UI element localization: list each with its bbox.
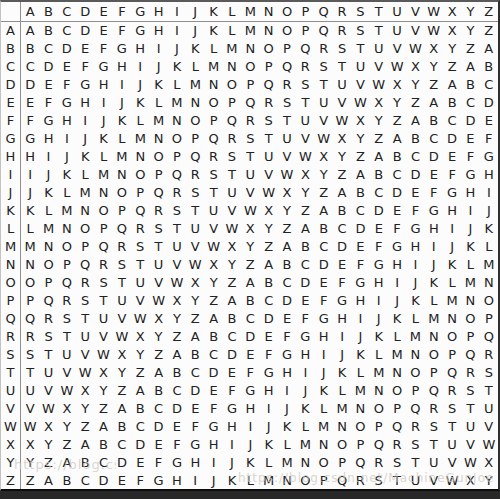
grid-cell: Z	[425, 76, 443, 94]
grid-cell: Y	[296, 184, 314, 202]
grid-cell: I	[406, 255, 424, 273]
grid-cell: K	[425, 273, 443, 291]
grid-cell: B	[259, 273, 277, 291]
grid-cell: H	[388, 255, 406, 273]
grid-cell: C	[76, 471, 94, 489]
grid-cell: X	[168, 291, 186, 309]
grid-cell: K	[259, 435, 277, 453]
grid-cell: K	[388, 309, 406, 327]
grid-cell: M	[223, 40, 241, 58]
grid-cell: F	[204, 399, 222, 417]
grid-cell: G	[443, 184, 461, 202]
grid-cell: X	[333, 130, 351, 148]
grid-cell: Y	[204, 273, 222, 291]
grid-cell: I	[443, 220, 461, 238]
grid-cell: O	[296, 471, 314, 489]
grid-cell: M	[480, 255, 498, 273]
row-header-cell: C	[1, 58, 21, 76]
grid-cell: C	[21, 58, 39, 76]
grid-cell: T	[131, 255, 149, 273]
grid-cell: X	[76, 381, 94, 399]
grid-cell: B	[168, 363, 186, 381]
grid-cell: U	[388, 22, 406, 40]
grid-cell: O	[186, 112, 204, 130]
grid-cell: J	[131, 76, 149, 94]
grid-cell: Q	[223, 112, 241, 130]
grid-cell: S	[278, 94, 296, 112]
grid-cell: W	[58, 381, 76, 399]
grid-cell: P	[223, 94, 241, 112]
grid-cell: U	[425, 453, 443, 471]
grid-cell: E	[443, 148, 461, 166]
grid-cell: R	[76, 273, 94, 291]
grid-cell: Q	[351, 453, 369, 471]
grid-cell: L	[168, 76, 186, 94]
grid-cell: G	[333, 291, 351, 309]
grid-cell: B	[333, 202, 351, 220]
grid-cell: W	[39, 399, 57, 417]
grid-cell: J	[443, 238, 461, 256]
grid-cell: B	[94, 435, 112, 453]
grid-cell: Z	[461, 40, 479, 58]
grid-cell: L	[113, 130, 131, 148]
grid-cell: H	[149, 22, 167, 40]
grid-cell: U	[480, 399, 498, 417]
col-header-cell: E	[94, 2, 112, 22]
grid-cell: E	[296, 291, 314, 309]
corner-cell	[1, 2, 21, 22]
row-header-cell: Q	[1, 309, 21, 327]
grid-cell: L	[480, 238, 498, 256]
grid-cell: N	[186, 94, 204, 112]
grid-cell: Q	[259, 76, 277, 94]
grid-cell: K	[480, 220, 498, 238]
grid-cell: R	[39, 309, 57, 327]
row-header-cell: O	[1, 273, 21, 291]
row-header-cell: Y	[1, 453, 21, 471]
grid-cell: X	[204, 255, 222, 273]
grid-cell: S	[94, 273, 112, 291]
grid-cell: X	[406, 58, 424, 76]
grid-cell: U	[333, 76, 351, 94]
grid-cell: V	[223, 202, 241, 220]
grid-cell: I	[223, 435, 241, 453]
grid-cell: P	[58, 255, 76, 273]
grid-cell: M	[388, 345, 406, 363]
grid-cell: W	[480, 435, 498, 453]
grid-cell: G	[480, 148, 498, 166]
grid-cell: C	[351, 202, 369, 220]
grid-cell: W	[315, 130, 333, 148]
grid-cell: T	[315, 76, 333, 94]
grid-cell: W	[370, 76, 388, 94]
grid-cell: B	[425, 112, 443, 130]
grid-cell: G	[278, 345, 296, 363]
grid-cell: Y	[406, 76, 424, 94]
grid-cell: R	[186, 166, 204, 184]
row-header-cell: P	[1, 291, 21, 309]
grid-cell: O	[113, 184, 131, 202]
grid-cell: S	[131, 238, 149, 256]
grid-cell: L	[351, 363, 369, 381]
grid-cell: S	[461, 381, 479, 399]
grid-cell: L	[21, 220, 39, 238]
grid-cell: K	[351, 345, 369, 363]
row-header-cell: X	[1, 435, 21, 453]
grid-cell: V	[296, 130, 314, 148]
grid-cell: C	[480, 76, 498, 94]
row-header-cell: A	[1, 22, 21, 40]
grid-cell: A	[241, 273, 259, 291]
grid-cell: R	[94, 255, 112, 273]
grid-cell: J	[113, 94, 131, 112]
grid-cell: P	[351, 435, 369, 453]
grid-cell: G	[168, 453, 186, 471]
grid-cell: P	[278, 40, 296, 58]
grid-cell: V	[39, 381, 57, 399]
grid-cell: O	[333, 435, 351, 453]
grid-cell: L	[131, 112, 149, 130]
grid-cell: F	[94, 40, 112, 58]
grid-cell: J	[388, 291, 406, 309]
grid-cell: L	[296, 417, 314, 435]
grid-cell: R	[333, 22, 351, 40]
grid-cell: V	[388, 40, 406, 58]
grid-cell: I	[480, 184, 498, 202]
grid-cell: O	[21, 273, 39, 291]
grid-cell: D	[443, 130, 461, 148]
grid-cell: P	[168, 148, 186, 166]
grid-cell: J	[333, 345, 351, 363]
grid-cell: E	[94, 22, 112, 40]
col-header-cell: X	[443, 2, 461, 22]
grid-cell: U	[406, 471, 424, 489]
grid-cell: H	[480, 166, 498, 184]
grid-cell: F	[113, 22, 131, 40]
grid-cell: H	[186, 453, 204, 471]
grid-cell: B	[223, 309, 241, 327]
grid-cell: D	[94, 471, 112, 489]
grid-cell: F	[168, 435, 186, 453]
grid-cell: S	[76, 291, 94, 309]
grid-cell: W	[149, 291, 167, 309]
grid-cell: K	[278, 417, 296, 435]
grid-cell: T	[241, 148, 259, 166]
grid-cell: F	[131, 471, 149, 489]
grid-cell: R	[58, 291, 76, 309]
grid-cell: O	[259, 40, 277, 58]
grid-cell: J	[278, 399, 296, 417]
grid-cell: E	[315, 273, 333, 291]
grid-cell: B	[406, 130, 424, 148]
grid-cell: N	[131, 148, 149, 166]
grid-cell: C	[58, 22, 76, 40]
grid-cell: C	[333, 220, 351, 238]
grid-cell: E	[223, 363, 241, 381]
col-header-cell: C	[58, 2, 76, 22]
grid-cell: P	[149, 166, 167, 184]
grid-cell: V	[480, 417, 498, 435]
grid-cell: V	[76, 345, 94, 363]
grid-cell: O	[388, 381, 406, 399]
grid-cell: W	[461, 453, 479, 471]
grid-cell: N	[259, 22, 277, 40]
grid-cell: O	[76, 220, 94, 238]
grid-cell: I	[259, 399, 277, 417]
grid-cell: M	[39, 220, 57, 238]
grid-cell: J	[168, 40, 186, 58]
grid-cell: R	[278, 76, 296, 94]
grid-cell: L	[94, 148, 112, 166]
grid-cell: G	[241, 381, 259, 399]
grid-cell: X	[388, 76, 406, 94]
grid-cell: U	[131, 273, 149, 291]
grid-cell: M	[241, 22, 259, 40]
grid-cell: X	[21, 435, 39, 453]
grid-cell: M	[406, 327, 424, 345]
grid-cell: E	[21, 94, 39, 112]
grid-cell: J	[149, 58, 167, 76]
grid-cell: P	[296, 22, 314, 40]
grid-cell: T	[21, 363, 39, 381]
grid-cell: T	[259, 130, 277, 148]
grid-cell: D	[186, 381, 204, 399]
grid-cell: P	[333, 453, 351, 471]
grid-cell: R	[351, 471, 369, 489]
grid-cell: W	[131, 309, 149, 327]
grid-cell: G	[223, 399, 241, 417]
grid-cell: L	[388, 327, 406, 345]
grid-cell: Q	[58, 273, 76, 291]
grid-cell: V	[58, 363, 76, 381]
grid-cell: H	[21, 148, 39, 166]
grid-cell: D	[259, 309, 277, 327]
grid-cell: V	[131, 291, 149, 309]
grid-cell: U	[76, 327, 94, 345]
grid-cell: W	[113, 327, 131, 345]
grid-cell: V	[168, 255, 186, 273]
grid-cell: A	[315, 202, 333, 220]
grid-cell: Z	[223, 273, 241, 291]
grid-cell: V	[461, 435, 479, 453]
grid-cell: A	[370, 148, 388, 166]
grid-cell: Y	[351, 130, 369, 148]
grid-cell: C	[443, 112, 461, 130]
grid-cell: Y	[76, 399, 94, 417]
grid-cell: W	[278, 166, 296, 184]
grid-cell: T	[406, 453, 424, 471]
row-header-cell: R	[1, 327, 21, 345]
grid-cell: A	[58, 453, 76, 471]
grid-cell: Z	[39, 453, 57, 471]
grid-cell: W	[204, 238, 222, 256]
grid-cell: K	[113, 112, 131, 130]
grid-cell: W	[406, 40, 424, 58]
grid-cell: Y	[388, 94, 406, 112]
grid-cell: Q	[168, 166, 186, 184]
grid-cell: M	[149, 112, 167, 130]
grid-cell: P	[315, 471, 333, 489]
grid-cell: X	[351, 112, 369, 130]
grid-cell: F	[241, 363, 259, 381]
grid-cell: C	[94, 453, 112, 471]
row-header-cell: G	[1, 130, 21, 148]
grid-cell: N	[296, 453, 314, 471]
grid-cell: D	[58, 40, 76, 58]
grid-cell: J	[259, 417, 277, 435]
grid-cell: R	[204, 148, 222, 166]
grid-cell: G	[113, 40, 131, 58]
col-header-cell: A	[21, 2, 39, 22]
grid-cell: F	[443, 166, 461, 184]
grid-cell: T	[223, 166, 241, 184]
grid-cell: N	[149, 130, 167, 148]
row-header-cell: M	[1, 238, 21, 256]
grid-cell: P	[406, 381, 424, 399]
grid-cell: E	[370, 220, 388, 238]
grid-cell: B	[315, 220, 333, 238]
grid-cell: M	[333, 399, 351, 417]
col-header-cell: W	[425, 2, 443, 22]
grid-cell: J	[58, 148, 76, 166]
grid-cell: T	[388, 471, 406, 489]
grid-cell: X	[223, 238, 241, 256]
grid-cell: R	[149, 202, 167, 220]
grid-cell: O	[425, 345, 443, 363]
grid-cell: Y	[113, 363, 131, 381]
grid-cell: P	[259, 58, 277, 76]
grid-cell: N	[370, 381, 388, 399]
grid-cell: O	[204, 94, 222, 112]
grid-cell: X	[370, 94, 388, 112]
grid-cell: X	[149, 309, 167, 327]
grid-cell: H	[58, 112, 76, 130]
grid-cell: B	[241, 291, 259, 309]
grid-cell: M	[461, 273, 479, 291]
grid-cell: Y	[21, 453, 39, 471]
grid-cell: R	[241, 112, 259, 130]
bottom-dark-strip	[0, 491, 500, 499]
grid-cell: P	[94, 220, 112, 238]
grid-cell: A	[388, 130, 406, 148]
grid-cell: U	[351, 58, 369, 76]
grid-cell: N	[113, 166, 131, 184]
grid-cell: N	[480, 273, 498, 291]
grid-cell: M	[113, 148, 131, 166]
grid-cell: J	[241, 435, 259, 453]
grid-cell: Q	[406, 399, 424, 417]
grid-cell: P	[443, 345, 461, 363]
grid-cell: T	[370, 22, 388, 40]
grid-cell: P	[480, 309, 498, 327]
row-header-cell: W	[1, 417, 21, 435]
grid-cell: Q	[388, 417, 406, 435]
grid-cell: W	[223, 220, 241, 238]
grid-cell: I	[149, 40, 167, 58]
grid-cell: Z	[241, 255, 259, 273]
grid-cell: H	[425, 220, 443, 238]
grid-cell: V	[333, 94, 351, 112]
grid-cell: O	[168, 130, 186, 148]
grid-cell: B	[461, 76, 479, 94]
grid-cell: E	[204, 381, 222, 399]
grid-cell: P	[131, 184, 149, 202]
grid-cell: U	[113, 291, 131, 309]
grid-cell: B	[296, 238, 314, 256]
grid-cell: S	[39, 327, 57, 345]
grid-cell: Z	[204, 291, 222, 309]
grid-cell: T	[443, 417, 461, 435]
grid-cell: Z	[406, 94, 424, 112]
grid-cell: H	[296, 345, 314, 363]
grid-cell: T	[58, 327, 76, 345]
row-header-cell: L	[1, 220, 21, 238]
col-header-cell: M	[241, 2, 259, 22]
grid-cell: K	[333, 363, 351, 381]
grid-cell: F	[388, 220, 406, 238]
grid-cell: W	[388, 58, 406, 76]
grid-cell: M	[296, 435, 314, 453]
grid-cell: Z	[278, 220, 296, 238]
grid-cell: W	[21, 417, 39, 435]
grid-cell: T	[425, 435, 443, 453]
grid-cell: A	[204, 309, 222, 327]
grid-cell: Y	[94, 381, 112, 399]
grid-cell: X	[278, 184, 296, 202]
grid-cell: H	[278, 363, 296, 381]
col-header-cell: Y	[461, 2, 479, 22]
grid-cell: A	[406, 112, 424, 130]
grid-cell: H	[259, 381, 277, 399]
grid-cell: R	[425, 399, 443, 417]
grid-cell: V	[406, 22, 424, 40]
grid-cell: C	[315, 238, 333, 256]
grid-cell: X	[94, 363, 112, 381]
grid-cell: Z	[296, 202, 314, 220]
grid-cell: U	[223, 184, 241, 202]
grid-cell: P	[39, 273, 57, 291]
grid-cell: K	[39, 184, 57, 202]
grid-cell: E	[461, 130, 479, 148]
grid-cell: Q	[425, 381, 443, 399]
grid-cell: P	[113, 202, 131, 220]
grid-cell: X	[186, 273, 204, 291]
grid-cell: C	[204, 345, 222, 363]
grid-cell: B	[39, 22, 57, 40]
grid-cell: L	[58, 184, 76, 202]
grid-cell: I	[168, 22, 186, 40]
grid-cell: P	[204, 112, 222, 130]
col-header-cell: Q	[315, 2, 333, 22]
grid-cell: A	[21, 22, 39, 40]
grid-cell: P	[241, 76, 259, 94]
grid-cell: E	[406, 184, 424, 202]
grid-cell: C	[149, 399, 167, 417]
grid-cell: X	[259, 202, 277, 220]
grid-cell: K	[186, 40, 204, 58]
grid-cell: K	[131, 94, 149, 112]
grid-cell: E	[259, 327, 277, 345]
grid-cell: J	[296, 381, 314, 399]
grid-cell: R	[443, 381, 461, 399]
col-header-cell: H	[149, 2, 167, 22]
grid-cell: K	[21, 202, 39, 220]
grid-cell: L	[333, 381, 351, 399]
grid-cell: Z	[370, 130, 388, 148]
grid-cell: K	[94, 130, 112, 148]
grid-cell: P	[186, 130, 204, 148]
grid-cell: S	[113, 255, 131, 273]
